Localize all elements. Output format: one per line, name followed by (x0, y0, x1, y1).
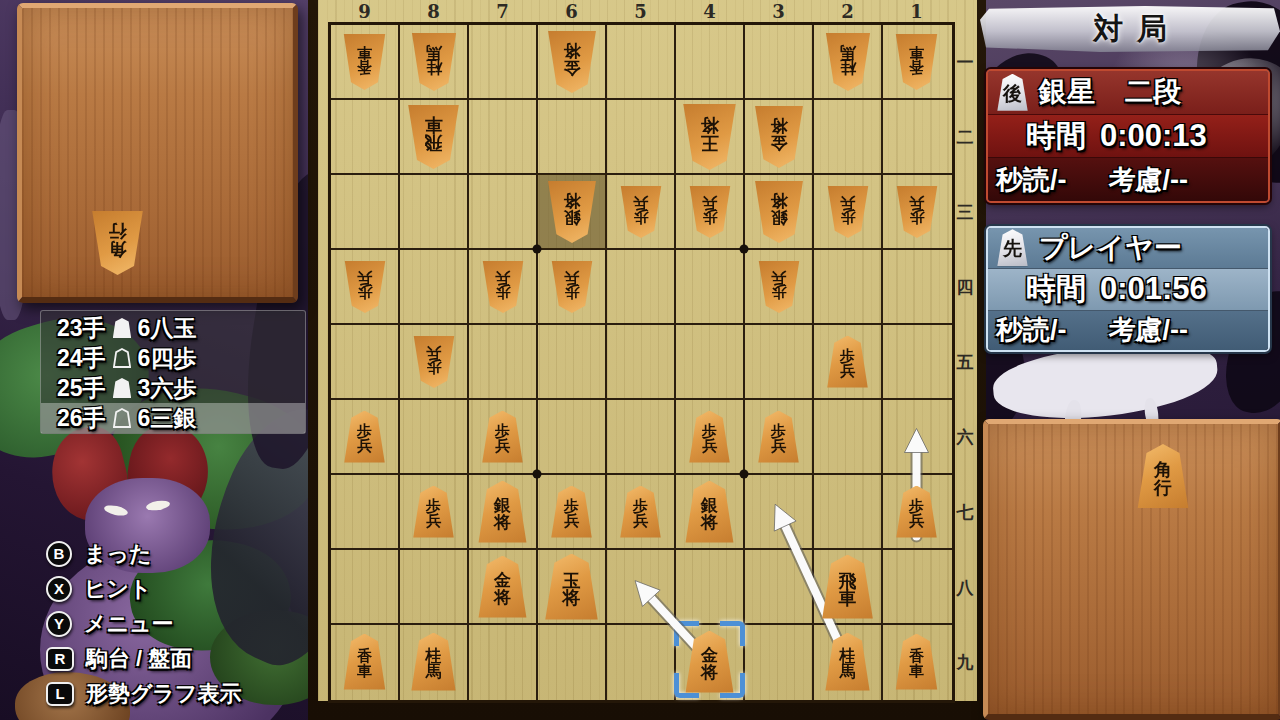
gote-rank: 二段 (1125, 73, 1181, 111)
piece-kanji: 桂馬 (840, 43, 856, 74)
board-cell[interactable] (607, 25, 676, 100)
file-label: 4 (675, 1, 744, 21)
board-cell[interactable] (814, 250, 883, 325)
page-title: 対局 (1080, 9, 1181, 50)
gote-badge: 後 (996, 74, 1029, 111)
piece-kanji: 銀将 (494, 497, 511, 530)
sente-time-label: 時間 (1026, 269, 1086, 310)
piece-kanji: 飛車 (839, 572, 857, 607)
file-label: 8 (399, 1, 468, 21)
board-cell[interactable] (883, 400, 952, 475)
file-label: 2 (813, 1, 882, 21)
piece-kanji: 飛車 (425, 116, 443, 151)
board-cell[interactable] (814, 100, 883, 175)
shogi-game-screen: 987654321 一二三四五六七八九 角行角行 23手6八玉24手6四歩25手… (0, 0, 1280, 720)
move-history-row: 24手6四歩 (41, 343, 305, 373)
piece-kanji: 歩兵 (564, 270, 579, 299)
board-cell[interactable] (469, 175, 538, 250)
sente-badge: 先 (996, 229, 1029, 266)
legend-label: まった (84, 539, 152, 569)
board-cell[interactable] (883, 325, 952, 400)
board-cell[interactable] (469, 625, 538, 700)
legend-label: メニュー (84, 609, 174, 639)
hoshi-dot (533, 245, 542, 254)
legend-row: Xヒント (46, 571, 242, 606)
move-history-row: 26手6三銀 (41, 403, 305, 433)
move-number: 25手 (57, 373, 106, 404)
board-cell[interactable] (400, 550, 469, 625)
piece-kanji: 銀将 (701, 497, 718, 530)
gote-time-label: 時間 (1026, 116, 1086, 157)
board-cell[interactable] (538, 325, 607, 400)
board-cell[interactable] (745, 625, 814, 700)
legend-label: 形勢グラフ表示 (86, 679, 242, 709)
board-cell[interactable] (607, 625, 676, 700)
board-cell[interactable] (676, 250, 745, 325)
gote-komadai[interactable] (17, 3, 298, 303)
x-button-icon[interactable]: X (46, 576, 72, 602)
y-button-icon[interactable]: Y (46, 611, 72, 637)
board-cell[interactable] (331, 175, 400, 250)
piece-kanji: 金将 (563, 42, 580, 75)
board-cell[interactable] (607, 100, 676, 175)
piece-kanji: 歩兵 (564, 499, 579, 528)
piece-kanji: 歩兵 (495, 424, 510, 453)
file-label: 9 (330, 1, 399, 21)
legend-row: Yメニュー (46, 606, 242, 641)
gote-byoyomi: 秒読/- (996, 162, 1067, 198)
b-button-icon[interactable]: B (46, 541, 72, 567)
sente-consideration: 考慮/-- (1109, 312, 1188, 348)
piece-kanji: 金将 (770, 117, 787, 150)
board-cell[interactable] (676, 550, 745, 625)
board-cell[interactable] (331, 325, 400, 400)
move-history-panel: 23手6八玉24手6四歩25手3六歩26手6三銀 (40, 310, 306, 434)
board-cell[interactable] (469, 100, 538, 175)
piece-kanji: 歩兵 (702, 195, 717, 224)
board-cell[interactable] (883, 550, 952, 625)
piece-kanji: 歩兵 (426, 499, 441, 528)
sente-player-panel: 先 プレイヤー 時間 0:01:56 秒読/- 考慮/-- (986, 226, 1270, 352)
move-number: 23手 (57, 313, 106, 344)
board-cell[interactable] (538, 625, 607, 700)
piece-kanji: 歩兵 (495, 270, 510, 299)
file-label: 3 (744, 1, 813, 21)
board-cell[interactable] (745, 25, 814, 100)
board-cell[interactable] (469, 325, 538, 400)
sente-byoyomi: 秒読/- (996, 312, 1067, 348)
move-text: 6四歩 (138, 343, 197, 374)
screen-title-banner: 対局 (980, 6, 1280, 52)
rank-label: 六 (952, 426, 978, 449)
board-cell[interactable] (400, 175, 469, 250)
move-number: 26手 (57, 403, 106, 434)
move-history-row: 23手6八玉 (41, 313, 305, 343)
board-cell[interactable] (607, 400, 676, 475)
move-number: 24手 (57, 343, 106, 374)
legend-row: L形勢グラフ表示 (46, 676, 242, 711)
file-label: 5 (606, 1, 675, 21)
legend-label: 駒台 / 盤面 (86, 644, 192, 674)
controls-legend: BまったXヒントYメニューR駒台 / 盤面L形勢グラフ表示 (46, 536, 242, 711)
gote-name: 銀星 (1039, 73, 1095, 111)
sente-name: プレイヤー (1039, 229, 1182, 267)
rank-label: 三 (952, 201, 978, 224)
gote-piece-icon (113, 408, 131, 428)
gote-consideration: 考慮/-- (1109, 162, 1188, 198)
rank-label: 八 (952, 576, 978, 599)
piece-kanji: 歩兵 (909, 499, 924, 528)
gote-piece-icon (113, 348, 131, 368)
piece-kanji: 香車 (357, 649, 372, 678)
rank-label: 四 (952, 276, 978, 299)
board-cell[interactable] (745, 475, 814, 550)
board-cell[interactable] (607, 325, 676, 400)
rank-label: 一 (952, 51, 978, 74)
sente-komadai[interactable] (983, 419, 1280, 720)
hoshi-dot (740, 245, 749, 254)
piece-kanji: 歩兵 (771, 270, 786, 299)
rank-label: 二 (952, 126, 978, 149)
board-cell[interactable] (814, 475, 883, 550)
board-cell[interactable] (331, 475, 400, 550)
legend-label: ヒント (84, 574, 152, 604)
piece-kanji: 桂馬 (426, 648, 442, 679)
l-button-icon[interactable]: L (46, 682, 74, 706)
piece-kanji: 金将 (494, 572, 511, 605)
piece-kanji: 歩兵 (633, 195, 648, 224)
piece-kanji: 銀将 (563, 192, 580, 225)
file-label: 1 (882, 1, 951, 21)
piece-kanji: 銀将 (770, 192, 787, 225)
gote-time-value: 0:00:13 (1100, 118, 1207, 154)
board-cell[interactable] (607, 250, 676, 325)
piece-kanji: 玉将 (563, 572, 581, 607)
piece-kanji: 桂馬 (840, 648, 856, 679)
sente-piece-icon (113, 318, 131, 338)
hoshi-dot (740, 470, 749, 479)
board-cell[interactable] (676, 25, 745, 100)
piece-kanji: 歩兵 (426, 345, 441, 374)
piece-kanji: 金将 (701, 647, 718, 680)
legend-row: R駒台 / 盤面 (46, 641, 242, 676)
move-history-row: 25手3六歩 (41, 373, 305, 403)
rank-label: 七 (952, 501, 978, 524)
sente-time-value: 0:01:56 (1100, 271, 1207, 307)
board-cell[interactable] (469, 25, 538, 100)
piece-kanji: 歩兵 (702, 424, 717, 453)
file-label: 6 (537, 1, 606, 21)
rank-label: 九 (952, 651, 978, 674)
board-cell[interactable] (883, 250, 952, 325)
move-text: 6三銀 (138, 403, 197, 434)
piece-kanji: 歩兵 (909, 195, 924, 224)
board-cell[interactable] (745, 325, 814, 400)
board-cell[interactable] (883, 100, 952, 175)
board-cell[interactable] (538, 400, 607, 475)
board-cell[interactable] (607, 550, 676, 625)
piece-kanji: 歩兵 (357, 424, 372, 453)
board-cell[interactable] (676, 325, 745, 400)
piece-kanji: 歩兵 (771, 424, 786, 453)
piece-kanji: 歩兵 (840, 195, 855, 224)
piece-kanji: 歩兵 (840, 349, 855, 378)
board-cell[interactable] (331, 550, 400, 625)
board-cell[interactable] (400, 250, 469, 325)
move-text: 6八玉 (138, 313, 197, 344)
legend-row: Bまった (46, 536, 242, 571)
piece-kanji: 桂馬 (426, 43, 442, 74)
rank-label: 五 (952, 351, 978, 374)
piece-kanji: 角行 (1154, 461, 1172, 496)
sente-piece-icon (113, 378, 131, 398)
file-label: 7 (468, 1, 537, 21)
piece-kanji: 香車 (357, 45, 372, 74)
move-text: 3六歩 (138, 373, 197, 404)
piece-kanji: 香車 (909, 45, 924, 74)
piece-kanji: 歩兵 (633, 499, 648, 528)
hoshi-dot (533, 470, 542, 479)
board-cell[interactable] (745, 550, 814, 625)
r-button-icon[interactable]: R (46, 647, 74, 671)
piece-kanji: 香車 (909, 649, 924, 678)
board-cell[interactable] (331, 100, 400, 175)
board-cell[interactable] (814, 400, 883, 475)
gote-player-panel: 後 銀星 二段 時間 0:00:13 秒読/- 考慮/-- (986, 69, 1270, 203)
piece-kanji: 歩兵 (357, 270, 372, 299)
piece-kanji: 角行 (108, 223, 126, 258)
board-cell[interactable] (538, 100, 607, 175)
piece-kanji: 王将 (701, 116, 719, 151)
board-cell[interactable] (400, 400, 469, 475)
